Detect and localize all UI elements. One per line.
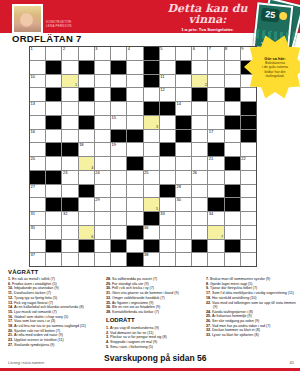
- grid-cell[interactable]: [127, 88, 142, 101]
- grid-cell[interactable]: [176, 47, 191, 60]
- grid-cell[interactable]: [241, 185, 256, 198]
- grid-cell[interactable]: 19: [111, 143, 126, 156]
- clue-item: 17. Som f d äkta tronföljarska i värdig …: [206, 291, 296, 295]
- clue-number: 30: [176, 198, 180, 203]
- grid-cell[interactable]: 33: [160, 212, 175, 225]
- clue-number: 33: [160, 212, 164, 217]
- grid-cell[interactable]: [46, 102, 61, 115]
- grid-cell[interactable]: 20: [30, 157, 45, 170]
- grid-cell[interactable]: [79, 212, 94, 225]
- grid-cell[interactable]: [62, 253, 77, 266]
- clue-number: 16: [31, 130, 35, 135]
- grid-cell-black: [79, 61, 94, 74]
- grid-cell-black: [225, 198, 240, 211]
- grid-cell[interactable]: [192, 102, 207, 115]
- grid-cell[interactable]: 29: [95, 198, 110, 211]
- grid-cell[interactable]: [46, 75, 61, 88]
- clue-item: 16. Gödsel som skötts i chop suey (5): [8, 315, 104, 319]
- grid-cell[interactable]: [127, 116, 142, 129]
- grid-cell[interactable]: [62, 88, 77, 101]
- grid-cell-black: [160, 102, 175, 115]
- grid-cell[interactable]: [192, 157, 207, 170]
- grid-cell-black: [111, 130, 126, 143]
- grid-cell[interactable]: [95, 130, 110, 143]
- prize-script-title: Detta kan du vinna:: [150, 3, 265, 25]
- grid-cell[interactable]: 2: [62, 47, 77, 60]
- grid-cell[interactable]: 25: [144, 171, 159, 184]
- clue-number: 32: [63, 212, 67, 217]
- grid-cell[interactable]: [127, 61, 142, 74]
- grid-cell[interactable]: [208, 102, 223, 115]
- grid-cell[interactable]: [192, 185, 207, 198]
- grid-cell-black: [46, 171, 61, 184]
- clue-item: 18. Har särskild anställning (10): [206, 296, 296, 300]
- clue-item: 6. Frodas även i ostädighet (5): [8, 282, 104, 286]
- grid-cell[interactable]: [95, 226, 110, 239]
- grid-cell[interactable]: [225, 75, 240, 88]
- grid-cell[interactable]: [208, 75, 223, 88]
- prize-line-2: 2:a–5:e pris: En Sverigelott.: [150, 33, 265, 39]
- grid-cell-black: [160, 185, 175, 198]
- grid-cell[interactable]: [127, 75, 142, 88]
- clue-item: 21. Är ofta med orden vid natur (9): [8, 333, 104, 337]
- grid-cell[interactable]: [208, 61, 223, 74]
- grid-cell[interactable]: [241, 226, 256, 239]
- grid-cell-black: [46, 116, 61, 129]
- constructor-photo: [12, 4, 43, 34]
- grid-cell[interactable]: [160, 171, 175, 184]
- grid-cell[interactable]: 21: [208, 157, 223, 170]
- clue-number: 24: [95, 171, 99, 176]
- grid-cell[interactable]: 17: [208, 130, 223, 143]
- grid-cell-black: [225, 240, 240, 253]
- grid-cell[interactable]: [62, 240, 77, 253]
- grid-cell[interactable]: [111, 171, 126, 184]
- clue-number: 23: [63, 171, 67, 176]
- grid-cell-black: [241, 116, 256, 129]
- clue-number: 25: [144, 171, 148, 176]
- grid-cell[interactable]: [241, 171, 256, 184]
- down-clues-column-3: 7. Brukar man till sommarens sysslor (9)…: [206, 277, 296, 337]
- down-clues-column-2: 1. Är på väg till stamkunderna (9)2. Vad…: [106, 326, 202, 349]
- grid-cell-black: [79, 116, 94, 129]
- grid-cell[interactable]: [30, 240, 45, 253]
- clue-number: 36: [144, 226, 148, 231]
- yellow-letter-index: 7: [221, 235, 223, 239]
- prize-header: Detta kan du vinna: 1:a pris: Två Sverig…: [150, 3, 265, 38]
- grid-cell-black: [241, 102, 256, 115]
- clue-number: 35: [31, 226, 35, 231]
- clue-item: 22. Vara med vid tolkningen som tar upp …: [206, 301, 296, 310]
- grid-cell[interactable]: [95, 253, 110, 266]
- clue-item: 30. Föll i vik och kricka i vy (7): [106, 286, 202, 290]
- grid-cell[interactable]: [241, 212, 256, 225]
- clue-item: 11. Datahackers täcken (7): [8, 291, 104, 295]
- grid-cell[interactable]: [241, 143, 256, 156]
- grid-cell[interactable]: [127, 171, 142, 184]
- grid-cell[interactable]: [225, 143, 240, 156]
- grid-cell[interactable]: [241, 253, 256, 266]
- grid-cell[interactable]: [208, 185, 223, 198]
- ticket-gold-coin-icon: [279, 12, 288, 21]
- clue-item: 28. Så välförsedda på svaret (7): [106, 277, 202, 281]
- grid-cell[interactable]: 38: [144, 253, 159, 266]
- grid-cell-black: [144, 102, 159, 115]
- grid-cell[interactable]: [176, 143, 191, 156]
- clue-item: 32. Dockan kommer så klart in (8): [206, 328, 296, 332]
- clue-item: 24. Kända tävlingstjärnor i (8): [206, 310, 296, 314]
- clue-number: 29: [95, 198, 99, 203]
- clue-column-1: 1. En sak av metall i tallrik (7)6. Frod…: [8, 277, 104, 348]
- grid-cell[interactable]: [144, 185, 159, 198]
- grid-cell[interactable]: [95, 143, 110, 156]
- grid-cell[interactable]: [95, 61, 110, 74]
- grid-cell[interactable]: [79, 253, 94, 266]
- grid-cell-black: [46, 143, 61, 156]
- grid-cell[interactable]: [176, 157, 191, 170]
- grid-cell-black: [225, 185, 240, 198]
- clue-number: 17: [209, 130, 213, 135]
- grid-cell[interactable]: [160, 240, 175, 253]
- clue-number: 9: [241, 47, 243, 52]
- grid-cell[interactable]: 3: [144, 116, 159, 129]
- grid-cell[interactable]: 28: [176, 185, 191, 198]
- grid-cell[interactable]: [95, 240, 110, 253]
- grid-cell[interactable]: 8: [225, 47, 240, 60]
- grid-cell[interactable]: 5: [160, 47, 175, 60]
- grid-cell[interactable]: [95, 102, 110, 115]
- grid-cell-black: [208, 198, 223, 211]
- grid-cell[interactable]: [79, 130, 94, 143]
- grid-cell[interactable]: 24: [95, 171, 110, 184]
- clue-item: 33. Lyser så klart för sjöfarten (8): [206, 333, 296, 337]
- clue-number: 37: [31, 253, 35, 258]
- grid-cell[interactable]: [62, 116, 77, 129]
- yellow-letter-index: 5: [156, 207, 158, 211]
- clue-item: 31. Görs vita gitarrer så de kommer i ba…: [106, 291, 202, 295]
- grid-cell[interactable]: [192, 116, 207, 129]
- clue-number: 13: [31, 102, 35, 107]
- grid-cell[interactable]: [111, 198, 126, 211]
- across-header: VÅGRÄTT: [8, 269, 38, 275]
- grid-cell[interactable]: 11: [160, 75, 175, 88]
- grid-cell[interactable]: 7: [208, 226, 223, 239]
- clue-item: 27. Vad man har på andra sidan i rad (7): [206, 324, 296, 328]
- grid-cell[interactable]: [225, 171, 240, 184]
- grid-cell[interactable]: 27: [30, 185, 45, 198]
- grid-cell[interactable]: [176, 212, 191, 225]
- grid-cell-black: [46, 240, 61, 253]
- grid-cell[interactable]: 5: [144, 198, 159, 211]
- grid-cell[interactable]: [144, 88, 159, 101]
- grid-cell[interactable]: [46, 185, 61, 198]
- grid-cell[interactable]: [46, 157, 61, 170]
- grid-cell-black: [111, 240, 126, 253]
- clue-item: 17. Vara som kan vara i ur (3): [8, 319, 104, 323]
- grid-cell[interactable]: 7: [208, 47, 223, 60]
- grid-cell[interactable]: 37: [30, 253, 45, 266]
- grid-cell[interactable]: [144, 143, 159, 156]
- grid-cell[interactable]: [127, 102, 142, 115]
- grid-cell[interactable]: [46, 130, 61, 143]
- clue-number: 10: [31, 75, 35, 80]
- grid-cell[interactable]: [30, 88, 45, 101]
- clue-number: 38: [144, 253, 148, 258]
- grid-cell[interactable]: [79, 102, 94, 115]
- grid-cell[interactable]: [192, 253, 207, 266]
- grid-cell-black: [208, 143, 223, 156]
- grid-cell[interactable]: [127, 240, 142, 253]
- grid-cell[interactable]: [176, 171, 191, 184]
- grid-cell[interactable]: 15: [111, 116, 126, 129]
- down-header: LODRÄTT: [106, 317, 202, 324]
- grid-cell[interactable]: [30, 198, 45, 211]
- grid-cell[interactable]: [79, 198, 94, 211]
- grid-cell[interactable]: [127, 143, 142, 156]
- grid-cell[interactable]: [144, 157, 159, 170]
- grid-cell[interactable]: 6: [192, 47, 207, 60]
- grid-cell[interactable]: [225, 253, 240, 266]
- clue-item: 23. Upplöst sceneri är tröstlöst (11): [8, 338, 104, 342]
- clue-item: 4. Stoppade i vagnen ett mål (9): [106, 340, 202, 344]
- constructor-face: [20, 13, 33, 27]
- grid-cell[interactable]: 30: [176, 198, 191, 211]
- grid-cell[interactable]: [127, 212, 142, 225]
- footer-note: Lösning i nästa nummer: [8, 361, 44, 365]
- grid-cell-black: [127, 253, 142, 266]
- clue-number: 3: [95, 47, 97, 52]
- grid-cell[interactable]: 35: [30, 226, 45, 239]
- grid-cell[interactable]: [46, 253, 61, 266]
- grid-cell[interactable]: [62, 102, 77, 115]
- grid-cell-black: [30, 171, 45, 184]
- grid-cell-black: [144, 61, 159, 74]
- grid-cell[interactable]: [208, 88, 223, 101]
- grid-cell[interactable]: [127, 198, 142, 211]
- grid-cell[interactable]: [111, 47, 126, 60]
- grid-cell[interactable]: 4: [127, 47, 142, 60]
- grid-cell-black: [79, 88, 94, 101]
- clue-item: 15. Ljuv musik vid romantik (7): [8, 310, 104, 314]
- yellow-letter-index: 4: [91, 166, 93, 170]
- grid-cell-black: [225, 88, 240, 101]
- clue-number: 11: [160, 75, 164, 80]
- grid-cell[interactable]: 14: [176, 102, 191, 115]
- clue-item: 13. Fick sig något förärat (7): [8, 301, 104, 305]
- grid-cell[interactable]: [160, 116, 175, 129]
- grid-cell[interactable]: [208, 253, 223, 266]
- clue-item: 35. Av figuren i regnvärme (9): [106, 301, 202, 305]
- grid-cell[interactable]: [225, 61, 240, 74]
- grid-cell[interactable]: [111, 185, 126, 198]
- grid-cell[interactable]: [46, 212, 61, 225]
- grid-cell[interactable]: 32: [62, 212, 77, 225]
- grid-cell[interactable]: [192, 212, 207, 225]
- grid-cell[interactable]: [176, 253, 191, 266]
- grid-cell[interactable]: [225, 130, 240, 143]
- grid-cell-black: [79, 240, 94, 253]
- grid-cell[interactable]: [62, 226, 77, 239]
- clue-number: 27: [31, 185, 35, 190]
- grid-cell[interactable]: [241, 198, 256, 211]
- starburst-line2: Bokstäverna: [265, 61, 285, 65]
- clue-item: 33. Omger våldsförande handduk (7): [106, 296, 202, 300]
- grid-cell-black: [46, 61, 61, 74]
- grid-cell[interactable]: [176, 75, 191, 88]
- grid-cell[interactable]: 3: [95, 47, 110, 60]
- grid-cell[interactable]: [62, 130, 77, 143]
- grid-cell-black: [144, 75, 159, 88]
- clue-item: 36. Blir en ren ost av fetadelen (9): [106, 305, 202, 309]
- grid-cell[interactable]: 12: [160, 88, 175, 101]
- clue-number: 14: [176, 102, 180, 107]
- clue-item: 3. Plockar så vi får pengar med sig (8): [106, 335, 202, 339]
- grid-cell[interactable]: [62, 61, 77, 74]
- grid-cell[interactable]: [192, 198, 207, 211]
- grid-cell[interactable]: [192, 61, 207, 74]
- grid-cell[interactable]: [176, 240, 191, 253]
- grid-cell[interactable]: [192, 130, 207, 143]
- clue-number: 26: [193, 171, 197, 176]
- grid-cell[interactable]: 2: [192, 75, 207, 88]
- grid-cell[interactable]: [95, 185, 110, 198]
- grid-cell[interactable]: [46, 226, 61, 239]
- clue-column-2: 28. Så välförsedda på svaret (7)29. Får …: [106, 277, 202, 349]
- clue-item: 26. Ser skir nedgång på solen (9): [206, 319, 296, 323]
- grid-cell[interactable]: 1: [30, 47, 45, 60]
- grid-cell[interactable]: 23: [62, 171, 77, 184]
- grid-cell[interactable]: [95, 157, 110, 170]
- page-title: ORDFLÄTAN 7: [12, 33, 82, 44]
- grid-cell[interactable]: [144, 130, 159, 143]
- clue-item: 2. Vad domaren än får se (11): [106, 331, 202, 335]
- clue-item: 38. Kontaktförbinda via länkar (7): [106, 310, 202, 314]
- grid-cell[interactable]: [241, 88, 256, 101]
- grid-cell[interactable]: [208, 171, 223, 184]
- grid-cell[interactable]: [79, 171, 94, 184]
- clue-number: 6: [193, 47, 195, 52]
- grid-cell[interactable]: 10: [30, 75, 45, 88]
- grid-cell-black: [225, 157, 240, 170]
- grid-cell[interactable]: [160, 130, 175, 143]
- grid-cell[interactable]: [225, 226, 240, 239]
- grid-cell[interactable]: [79, 75, 94, 88]
- clue-item: 27. Strålande rymdstjärna (9): [8, 343, 104, 347]
- grid-cell[interactable]: 13: [30, 102, 45, 115]
- grid-cell[interactable]: 22: [241, 157, 256, 170]
- clue-number: 28: [176, 185, 180, 190]
- grid-cell[interactable]: 16: [30, 130, 45, 143]
- grid-cell-black: [127, 226, 142, 239]
- grid-cell[interactable]: [192, 226, 207, 239]
- grid-cell[interactable]: [95, 212, 110, 225]
- grid-cell[interactable]: [111, 226, 126, 239]
- crossword-grid-frame: 1234567891011121213141531617181920421222…: [29, 46, 257, 267]
- grid-cell[interactable]: [127, 185, 142, 198]
- grid-cell-black: [46, 198, 61, 211]
- grid-cell[interactable]: [111, 75, 126, 88]
- grid-cell[interactable]: [111, 253, 126, 266]
- grid-cell[interactable]: [62, 185, 77, 198]
- grid-cell[interactable]: [176, 88, 191, 101]
- grid-cell[interactable]: [160, 226, 175, 239]
- grid-cell-black: [144, 240, 159, 253]
- clue-number: 4: [128, 47, 130, 52]
- yellow-letter-index: 3: [156, 125, 158, 129]
- grid-cell[interactable]: 31: [30, 212, 45, 225]
- page-number: 41: [290, 360, 294, 365]
- grid-cell-black: [79, 185, 94, 198]
- clue-item: 1. En sak av metall i tallrik (7): [8, 277, 104, 281]
- clue-item: 1. Är på väg till stamkunderna (9): [106, 326, 202, 330]
- grid-cell-black: [127, 130, 142, 143]
- clue-number: 1: [31, 47, 33, 52]
- grid-cell[interactable]: [62, 157, 77, 170]
- grid-cell-black: [62, 143, 77, 156]
- clue-item: 18. Är väl bra när två är på samma våglä…: [8, 324, 104, 328]
- grid-cell[interactable]: 36: [144, 226, 159, 239]
- grid-cell[interactable]: [160, 157, 175, 170]
- grid-cell-black: [46, 88, 61, 101]
- crossword-grid: 1234567891011121213141531617181920421222…: [30, 47, 256, 266]
- grid-cell[interactable]: [30, 116, 45, 129]
- clue-number: 12: [160, 88, 164, 93]
- grid-cell[interactable]: [176, 226, 191, 239]
- grid-cell[interactable]: [95, 75, 110, 88]
- clue-item: 25. Är fiskarnas hemmiljö (9): [206, 314, 296, 318]
- grid-cell[interactable]: [241, 240, 256, 253]
- grid-cell[interactable]: [192, 143, 207, 156]
- constructor-credit-line2: LENA PERSSON: [46, 25, 72, 29]
- clue-number: 22: [241, 157, 245, 162]
- clue-number: 31: [31, 212, 35, 217]
- clue-item: 7. Brukar man till sommarens sysslor (9): [206, 277, 296, 281]
- grid-cell[interactable]: 1: [62, 75, 77, 88]
- grid-cell[interactable]: [160, 198, 175, 211]
- grid-cell[interactable]: 26: [192, 171, 207, 184]
- grid-cell[interactable]: 34: [208, 212, 223, 225]
- grid-cell[interactable]: 6: [79, 226, 94, 239]
- clue-number: 5: [160, 47, 162, 52]
- grid-cell[interactable]: [208, 240, 223, 253]
- grid-cell-black: [111, 61, 126, 74]
- grid-cell[interactable]: [208, 116, 223, 129]
- grid-cell[interactable]: 4: [79, 157, 94, 170]
- grid-cell[interactable]: [111, 102, 126, 115]
- clue-number: 18: [79, 143, 83, 148]
- grid-cell[interactable]: [225, 102, 240, 115]
- grid-cell[interactable]: [111, 157, 126, 170]
- starburst-line3: i de gula rutorna: [262, 65, 288, 69]
- ticket-price-badge: 25: [261, 8, 280, 23]
- grid-cell[interactable]: [30, 143, 45, 156]
- grid-cell[interactable]: [95, 116, 110, 129]
- grid-cell[interactable]: 18: [79, 143, 94, 156]
- grid-cell[interactable]: [160, 61, 175, 74]
- grid-cell[interactable]: [95, 88, 110, 101]
- grid-cell[interactable]: [30, 61, 45, 74]
- clue-number: 8: [225, 47, 227, 52]
- clue-item: 20. Sjunker rakt ner till botten (7): [8, 329, 104, 333]
- grid-cell[interactable]: [46, 47, 61, 60]
- grid-cell[interactable]: [111, 212, 126, 225]
- grid-cell[interactable]: [225, 212, 240, 225]
- grid-cell-black: [225, 116, 240, 129]
- grid-cell[interactable]: [79, 47, 94, 60]
- grid-cell[interactable]: [160, 253, 175, 266]
- constructor-credit: KONSTRUKTÖR: LENA PERSSON: [46, 21, 72, 29]
- magazine-crossword-page: KONSTRUKTÖR: LENA PERSSON Detta kan du v…: [0, 0, 300, 380]
